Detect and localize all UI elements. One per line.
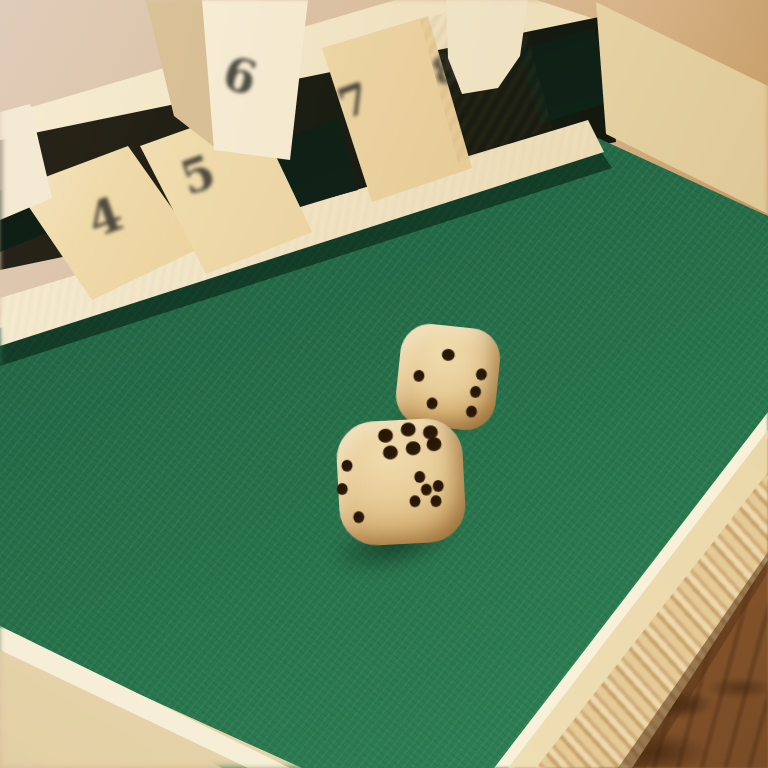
die-2-right-pip [432,480,444,493]
die-2-left-pip [353,511,365,524]
die-2-right-pip [430,495,442,508]
die-2-showing-6 [335,417,467,547]
die-2-top-pip [400,422,416,437]
die-2-right-pip [421,483,433,496]
die-1-right-pip [469,386,481,399]
die-1-left-pip [426,396,438,409]
die-2-top-pip [378,428,394,443]
shut-the-box-photo: 4 5 7 8 6 [0,0,768,768]
die-1-left-pip [413,369,425,382]
die-2-left-pip [336,483,348,496]
die-2-top-pip [383,445,399,460]
die-1-showing-1 [393,321,503,433]
die-2-top-pip [426,437,442,452]
die-2-left-pip [341,460,353,473]
tile-4-numeral: 4 [82,189,129,244]
die-2-top-pip [405,440,421,455]
tile-5-numeral: 5 [175,148,221,202]
die-2-right-pip [414,471,426,484]
die-1-top-pip [441,348,455,361]
die-1-right-pip [465,405,477,418]
die-2-right-pip [409,495,421,508]
die-1-right-pip [475,368,487,381]
tile-6-numeral: 6 [218,49,261,102]
